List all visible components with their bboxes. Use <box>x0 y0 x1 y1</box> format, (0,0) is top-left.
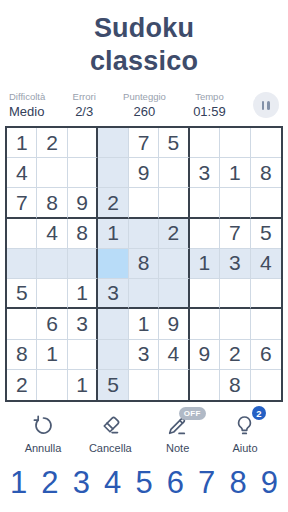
sudoku-cell-r3c5[interactable] <box>129 188 159 218</box>
sudoku-cell-r3c8[interactable] <box>220 188 250 218</box>
sudoku-cell-r2c7[interactable]: 3 <box>190 158 220 188</box>
numpad-6[interactable]: 6 <box>165 463 186 503</box>
difficulty-label: Difficoltà <box>9 91 45 102</box>
sudoku-cell-r5c1[interactable] <box>7 249 37 279</box>
sudoku-cell-r9c1[interactable]: 2 <box>7 370 37 400</box>
sudoku-cell-r6c4[interactable]: 3 <box>98 279 128 309</box>
sudoku-cell-r5c3[interactable] <box>68 249 98 279</box>
numpad-1[interactable]: 1 <box>8 463 29 503</box>
sudoku-cell-r9c4[interactable]: 5 <box>98 370 128 400</box>
pause-icon <box>262 101 270 110</box>
errors-value: 2/3 <box>75 104 93 119</box>
hint-button[interactable]: 2 Aiuto <box>216 412 274 454</box>
numpad-4[interactable]: 4 <box>102 463 123 503</box>
sudoku-cell-r9c5[interactable] <box>129 370 159 400</box>
sudoku-cell-r3c6[interactable] <box>159 188 189 218</box>
stat-difficulty: Difficoltà Medio <box>9 91 45 119</box>
sudoku-cell-r4c9[interactable]: 5 <box>251 219 281 249</box>
sudoku-cell-r2c2[interactable] <box>37 158 67 188</box>
sudoku-cell-r7c6[interactable]: 9 <box>159 309 189 339</box>
sudoku-cell-r7c8[interactable] <box>220 309 250 339</box>
score-label: Punteggio <box>123 91 166 102</box>
sudoku-cell-r3c4[interactable]: 2 <box>98 188 128 218</box>
sudoku-cell-r6c8[interactable] <box>220 279 250 309</box>
notes-off-badge: OFF <box>179 407 206 420</box>
undo-button[interactable]: Annulla <box>14 412 72 454</box>
sudoku-cell-r2c6[interactable] <box>159 158 189 188</box>
difficulty-value: Medio <box>9 104 44 119</box>
sudoku-cell-r1c3[interactable] <box>68 128 98 158</box>
erase-label: Cancella <box>89 442 132 454</box>
time-label: Tempo <box>195 91 224 102</box>
stat-score: Punteggio 260 <box>123 91 166 119</box>
sudoku-cell-r9c3[interactable]: 1 <box>68 370 98 400</box>
pause-button[interactable] <box>253 92 279 118</box>
pencil-icon: OFF <box>164 412 192 438</box>
sudoku-cell-r9c7[interactable] <box>190 370 220 400</box>
sudoku-cell-r9c6[interactable] <box>159 370 189 400</box>
sudoku-cell-r3c7[interactable] <box>190 188 220 218</box>
sudoku-cell-r7c5[interactable]: 1 <box>129 309 159 339</box>
sudoku-cell-r3c3[interactable]: 9 <box>68 188 98 218</box>
numpad-9[interactable]: 9 <box>259 463 280 503</box>
sudoku-cell-r6c5[interactable] <box>129 279 159 309</box>
undo-label: Annulla <box>25 442 62 454</box>
sudoku-cell-r3c9[interactable] <box>251 188 281 218</box>
numpad-2[interactable]: 2 <box>39 463 60 503</box>
numpad-5[interactable]: 5 <box>133 463 154 503</box>
sudoku-cell-r5c5[interactable]: 8 <box>129 249 159 279</box>
sudoku-cell-r5c2[interactable] <box>37 249 67 279</box>
sudoku-cell-r5c7[interactable]: 1 <box>190 249 220 279</box>
sudoku-cell-r4c3[interactable]: 8 <box>68 219 98 249</box>
stat-time: Tempo 01:59 <box>193 91 226 119</box>
sudoku-cell-r4c6[interactable]: 2 <box>159 219 189 249</box>
sudoku-cell-r1c7[interactable] <box>190 128 220 158</box>
sudoku-cell-r2c8[interactable]: 1 <box>220 158 250 188</box>
lightbulb-icon: 2 <box>231 412 259 438</box>
number-pad: 1 2 3 4 5 6 7 8 9 <box>0 463 288 503</box>
toolbar: Annulla Cancella OFF Note <box>0 412 288 454</box>
sudoku-cell-r7c1[interactable] <box>7 309 37 339</box>
sudoku-cell-r8c3[interactable] <box>68 340 98 370</box>
sudoku-cell-r4c1[interactable] <box>7 219 37 249</box>
sudoku-cell-r2c1[interactable]: 4 <box>7 158 37 188</box>
sudoku-cell-r2c4[interactable] <box>98 158 128 188</box>
numpad-7[interactable]: 7 <box>196 463 217 503</box>
notes-label: Note <box>166 442 189 454</box>
sudoku-cell-r7c9[interactable] <box>251 309 281 339</box>
sudoku-cell-r5c8[interactable]: 3 <box>220 249 250 279</box>
sudoku-cell-r7c3[interactable]: 3 <box>68 309 98 339</box>
sudoku-cell-r1c9[interactable] <box>251 128 281 158</box>
title-line2: classico <box>0 45 288 78</box>
sudoku-cell-r3c2[interactable]: 8 <box>37 188 67 218</box>
sudoku-cell-r7c2[interactable]: 6 <box>37 309 67 339</box>
hint-count-badge: 2 <box>252 406 266 420</box>
sudoku-cell-r5c9[interactable]: 4 <box>251 249 281 279</box>
sudoku-board: 1275493187892481275813451363198134926215… <box>5 126 283 402</box>
stats-bar: Difficoltà Medio Errori 2/3 Punteggio 26… <box>0 91 288 119</box>
sudoku-cell-r8c6[interactable]: 4 <box>159 340 189 370</box>
numpad-3[interactable]: 3 <box>71 463 92 503</box>
sudoku-cell-r2c5[interactable]: 9 <box>129 158 159 188</box>
sudoku-cell-r6c1[interactable]: 5 <box>7 279 37 309</box>
sudoku-cell-r5c4[interactable] <box>98 249 128 279</box>
sudoku-cell-r6c7[interactable] <box>190 279 220 309</box>
sudoku-cell-r1c1[interactable]: 1 <box>7 128 37 158</box>
sudoku-cell-r7c4[interactable] <box>98 309 128 339</box>
sudoku-cell-r1c5[interactable]: 7 <box>129 128 159 158</box>
sudoku-cell-r1c6[interactable]: 5 <box>159 128 189 158</box>
erase-button[interactable]: Cancella <box>81 412 139 454</box>
sudoku-cell-r7c7[interactable] <box>190 309 220 339</box>
sudoku-cell-r4c2[interactable]: 4 <box>37 219 67 249</box>
sudoku-cell-r9c9[interactable] <box>251 370 281 400</box>
sudoku-cell-r4c8[interactable]: 7 <box>220 219 250 249</box>
numpad-8[interactable]: 8 <box>227 463 248 503</box>
stat-errors: Errori 2/3 <box>73 91 96 119</box>
sudoku-cell-r8c5[interactable]: 3 <box>129 340 159 370</box>
sudoku-cell-r8c4[interactable] <box>98 340 128 370</box>
eraser-icon <box>96 412 124 438</box>
notes-button[interactable]: OFF Note <box>149 412 207 454</box>
sudoku-cell-r8c9[interactable]: 6 <box>251 340 281 370</box>
errors-label: Errori <box>73 91 96 102</box>
page-title: Sudoku classico <box>0 12 288 78</box>
sudoku-cell-r1c2[interactable]: 2 <box>37 128 67 158</box>
sudoku-cell-r8c8[interactable]: 2 <box>220 340 250 370</box>
sudoku-cell-r8c2[interactable]: 1 <box>37 340 67 370</box>
hint-label: Aiuto <box>232 442 257 454</box>
sudoku-cell-r3c1[interactable]: 7 <box>7 188 37 218</box>
sudoku-cell-r1c8[interactable] <box>220 128 250 158</box>
title-line1: Sudoku <box>0 12 288 45</box>
sudoku-cell-r9c2[interactable] <box>37 370 67 400</box>
time-value: 01:59 <box>193 104 226 119</box>
sudoku-cell-r1c4[interactable] <box>98 128 128 158</box>
sudoku-cell-r6c6[interactable] <box>159 279 189 309</box>
score-value: 260 <box>134 104 156 119</box>
sudoku-cell-r8c1[interactable]: 8 <box>7 340 37 370</box>
sudoku-cell-r4c5[interactable] <box>129 219 159 249</box>
sudoku-cell-r2c9[interactable]: 8 <box>251 158 281 188</box>
sudoku-cell-r8c7[interactable]: 9 <box>190 340 220 370</box>
sudoku-cell-r6c3[interactable]: 1 <box>68 279 98 309</box>
sudoku-cell-r6c9[interactable] <box>251 279 281 309</box>
sudoku-cell-r2c3[interactable] <box>68 158 98 188</box>
sudoku-cell-r6c2[interactable] <box>37 279 67 309</box>
sudoku-cell-r4c4[interactable]: 1 <box>98 219 128 249</box>
sudoku-cell-r9c8[interactable]: 8 <box>220 370 250 400</box>
undo-icon <box>29 412 57 438</box>
sudoku-cell-r4c7[interactable] <box>190 219 220 249</box>
sudoku-cell-r5c6[interactable] <box>159 249 189 279</box>
